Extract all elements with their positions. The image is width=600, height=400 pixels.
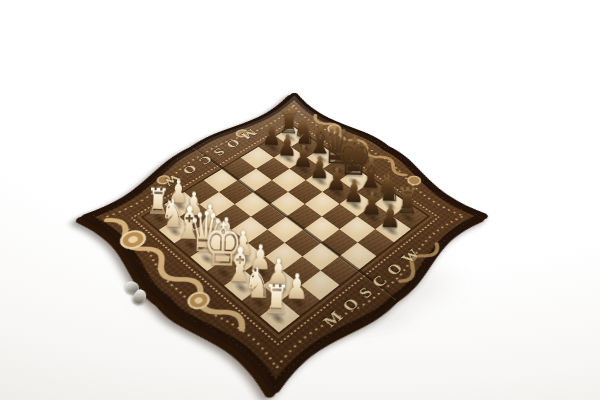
chess-board: MOSCOW MOSCOW ♜♞♝♛♚♝♞♜♟♟♟♟♟♟♟♟♟♟♟♟♟♟♟♟♜♞… <box>63 84 506 400</box>
pieces-layer: ♜♞♝♛♚♝♞♜♟♟♟♟♟♟♟♟♟♟♟♟♟♟♟♟♜♞♝♛♚♝♞♜ <box>63 84 506 400</box>
metal-latch <box>122 279 162 314</box>
scene: MOSCOW MOSCOW ♜♞♝♛♚♝♞♜♟♟♟♟♟♟♟♟♟♟♟♟♟♟♟♟♜♞… <box>0 0 600 400</box>
white-rook[interactable]: ♜ <box>245 279 307 321</box>
photo-backdrop: MOSCOW MOSCOW ♜♞♝♛♚♝♞♜♟♟♟♟♟♟♟♟♟♟♟♟♟♟♟♟♜♞… <box>0 0 600 400</box>
black-pawn[interactable]: ♟ <box>362 199 418 233</box>
